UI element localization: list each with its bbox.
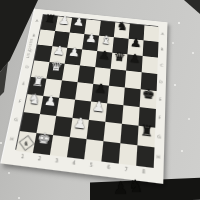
file-label-B: B [157, 41, 167, 58]
square-f5[interactable]: ♟ [89, 101, 107, 121]
square-g8[interactable]: ♜ [137, 126, 155, 148]
square-c8[interactable] [142, 56, 158, 74]
chess-mat: US CHESS ABCDEFGH ♜♟♟♞♟♝♟♟♟♟♛♟♛♜♟♚♞♟♟♟♜♞… [1, 9, 167, 184]
square-c6[interactable]: ♛ [111, 53, 128, 71]
square-h8[interactable] [136, 145, 154, 168]
table-speckles [178, 22, 180, 24]
file-label-C: C [156, 57, 166, 74]
black-pawn-b7[interactable]: ♟ [128, 35, 144, 52]
black-pawn-e5[interactable]: ♟ [92, 79, 110, 98]
square-d6[interactable] [109, 69, 126, 88]
square-e6[interactable] [107, 86, 125, 106]
black-pawn-c5[interactable]: ♟ [96, 47, 113, 65]
square-c5[interactable]: ♟ [95, 51, 112, 69]
captured-black-pawn[interactable]: ♟ [113, 178, 128, 198]
square-f6[interactable] [105, 103, 123, 123]
black-rook-g8[interactable]: ♜ [138, 121, 156, 142]
square-h7[interactable] [119, 143, 138, 166]
square-f7[interactable] [122, 105, 140, 126]
black-knight-a6[interactable]: ♞ [114, 19, 130, 35]
square-b8[interactable] [143, 40, 159, 57]
square-c7[interactable]: ♟ [126, 54, 143, 72]
square-e7[interactable] [123, 87, 140, 107]
square-e8[interactable]: ♚ [140, 89, 157, 109]
white-bishop-b5[interactable]: ♝ [98, 32, 115, 49]
black-king-e8[interactable]: ♚ [140, 85, 157, 104]
square-g5[interactable] [87, 120, 106, 141]
square-g6[interactable] [103, 122, 121, 143]
square-h6[interactable] [101, 141, 120, 163]
photo-stage: US CHESS ABCDEFGH ♜♟♟♞♟♝♟♟♟♟♛♟♛♜♟♚♞♟♟♟♜♞… [0, 0, 200, 200]
file-label-D: D [156, 73, 166, 91]
white-pawn-f5[interactable]: ♟ [89, 97, 107, 117]
black-pawn-c7[interactable]: ♟ [126, 50, 142, 68]
file-label-A: A [158, 26, 168, 42]
square-h5[interactable] [84, 139, 103, 161]
knight-shield-emblem: ♞ [19, 135, 35, 151]
square-a6[interactable]: ♞ [114, 22, 130, 38]
captured-black-knight[interactable]: ♞ [128, 176, 143, 196]
black-queen-c6[interactable]: ♛ [111, 49, 128, 67]
square-d7[interactable] [125, 71, 142, 90]
square-a8[interactable] [144, 25, 160, 42]
square-g7[interactable] [120, 124, 138, 146]
